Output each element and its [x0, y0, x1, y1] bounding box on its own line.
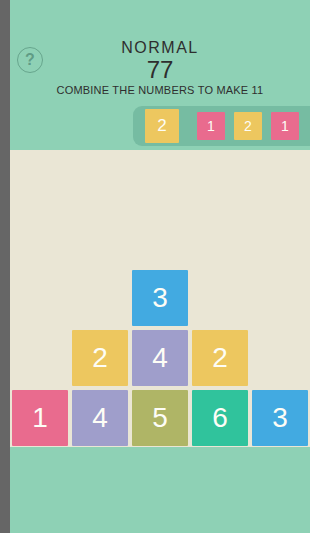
- board-tile-5[interactable]: 5: [132, 390, 188, 446]
- board-tile-2[interactable]: 2: [192, 330, 248, 386]
- queue-tile-4: 1: [271, 112, 299, 140]
- queue-tile-1: 2: [145, 109, 179, 143]
- board-tile-1[interactable]: 1: [12, 390, 68, 446]
- queue-tile-3: 2: [234, 112, 262, 140]
- board-tile-4[interactable]: 4: [132, 330, 188, 386]
- queue-tile-2: 1: [197, 112, 225, 140]
- board-area: 324214563: [10, 150, 310, 447]
- goal-instruction: COMBINE THE NUMBERS TO MAKE 11: [10, 84, 310, 96]
- board-tile-2[interactable]: 2: [72, 330, 128, 386]
- board-tile-3[interactable]: 3: [252, 390, 308, 446]
- board-grid: 324214563: [10, 270, 310, 447]
- mode-title: NORMAL: [10, 39, 310, 57]
- next-tiles-tray: 2121: [133, 106, 310, 146]
- score-value: 77: [10, 56, 310, 84]
- board-tile-4[interactable]: 4: [72, 390, 128, 446]
- board-tile-6[interactable]: 6: [192, 390, 248, 446]
- board-tile-3[interactable]: 3: [132, 270, 188, 326]
- game-screen: ? NORMAL 77 COMBINE THE NUMBERS TO MAKE …: [10, 0, 310, 533]
